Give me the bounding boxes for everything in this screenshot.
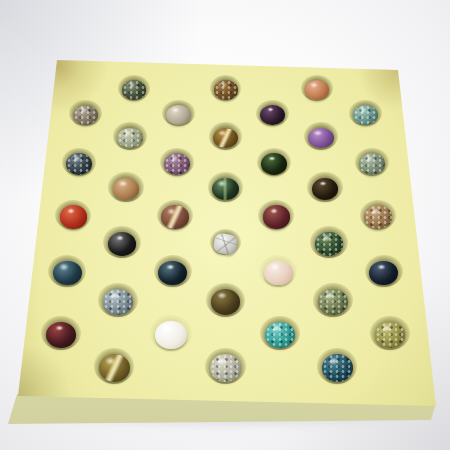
stone-olive-brown-jasper[interactable] xyxy=(211,289,241,315)
stone-brown-jasper[interactable] xyxy=(214,80,238,99)
stone-falcon-eye-teal[interactable] xyxy=(53,261,82,286)
stone-dark-green-obsidian[interactable] xyxy=(261,153,287,175)
stone-red-carnelian[interactable] xyxy=(60,205,88,228)
stone-garnet-maroon[interactable] xyxy=(263,205,291,228)
stone-mahogany-obsidian[interactable] xyxy=(161,205,189,228)
photo-scene xyxy=(0,0,450,450)
stone-chrysocolla-dark-teal[interactable] xyxy=(322,354,353,381)
stone-moss-green-jasper[interactable] xyxy=(315,232,343,256)
stone-bloodstone-green[interactable] xyxy=(212,178,239,200)
stone-pale-green-agate[interactable] xyxy=(117,128,142,149)
stone-unakite-green[interactable] xyxy=(318,289,348,315)
stone-teal-ocean-jasper[interactable] xyxy=(353,105,378,125)
stone-labradorite-grey-brown[interactable] xyxy=(73,105,98,125)
stone-rose-quartz-pale[interactable] xyxy=(264,261,293,286)
stone-black-obsidian[interactable] xyxy=(108,232,136,256)
stone-silver-faceted-bead[interactable] xyxy=(212,232,238,255)
stone-white-howlite[interactable] xyxy=(155,321,187,349)
stone-peach-carnelian[interactable] xyxy=(305,80,329,99)
stone-golden-tiger-eye[interactable] xyxy=(99,354,130,381)
stone-tree-agate-pale[interactable] xyxy=(210,354,241,381)
stone-dark-slate-speckled[interactable] xyxy=(66,153,92,175)
stone-grey-green-moss-agate[interactable] xyxy=(359,153,385,175)
stone-black-amethyst[interactable] xyxy=(260,105,285,125)
stone-olive-serpentine[interactable] xyxy=(375,322,405,348)
stone-blue-grey-marble[interactable] xyxy=(103,289,133,315)
stone-moss-agate-dark-green[interactable] xyxy=(122,80,146,99)
stones-layer xyxy=(0,0,450,450)
stone-mauve-lepidolite[interactable] xyxy=(164,153,190,175)
stone-amethyst[interactable] xyxy=(308,128,333,149)
stone-grey-agate[interactable] xyxy=(166,105,191,125)
stone-leopardskin-jasper[interactable] xyxy=(364,205,392,228)
